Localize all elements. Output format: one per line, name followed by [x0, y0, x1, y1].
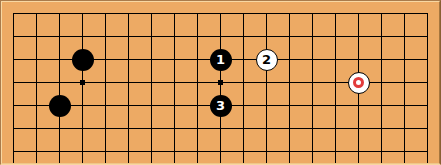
black-stone: 1	[210, 49, 232, 71]
stone-black-D17	[71, 48, 94, 71]
go-diagram-frame: 123	[0, 0, 441, 165]
hoshi-marker-icon	[80, 80, 85, 85]
stone-black-K15-move-3: 3	[209, 94, 232, 117]
hoshi-marker-icon	[218, 80, 223, 85]
black-stone	[49, 95, 71, 117]
go-diagram-frame-inner: 123	[1, 1, 440, 164]
hoshi-point-K16	[209, 71, 232, 94]
white-stone	[348, 72, 370, 94]
black-stone: 3	[210, 95, 232, 117]
circle-marker-icon	[353, 77, 364, 88]
black-stone	[72, 49, 94, 71]
stone-white-M17-move-2: 2	[255, 48, 278, 71]
stone-black-C15	[48, 94, 71, 117]
stone-black-K17-move-1: 1	[209, 48, 232, 71]
go-board: 123	[2, 2, 439, 163]
white-stone: 2	[256, 49, 278, 71]
hoshi-point-D16	[71, 71, 94, 94]
stone-white-Q16-marked	[347, 71, 370, 94]
intersections-grid: 123	[2, 2, 439, 163]
